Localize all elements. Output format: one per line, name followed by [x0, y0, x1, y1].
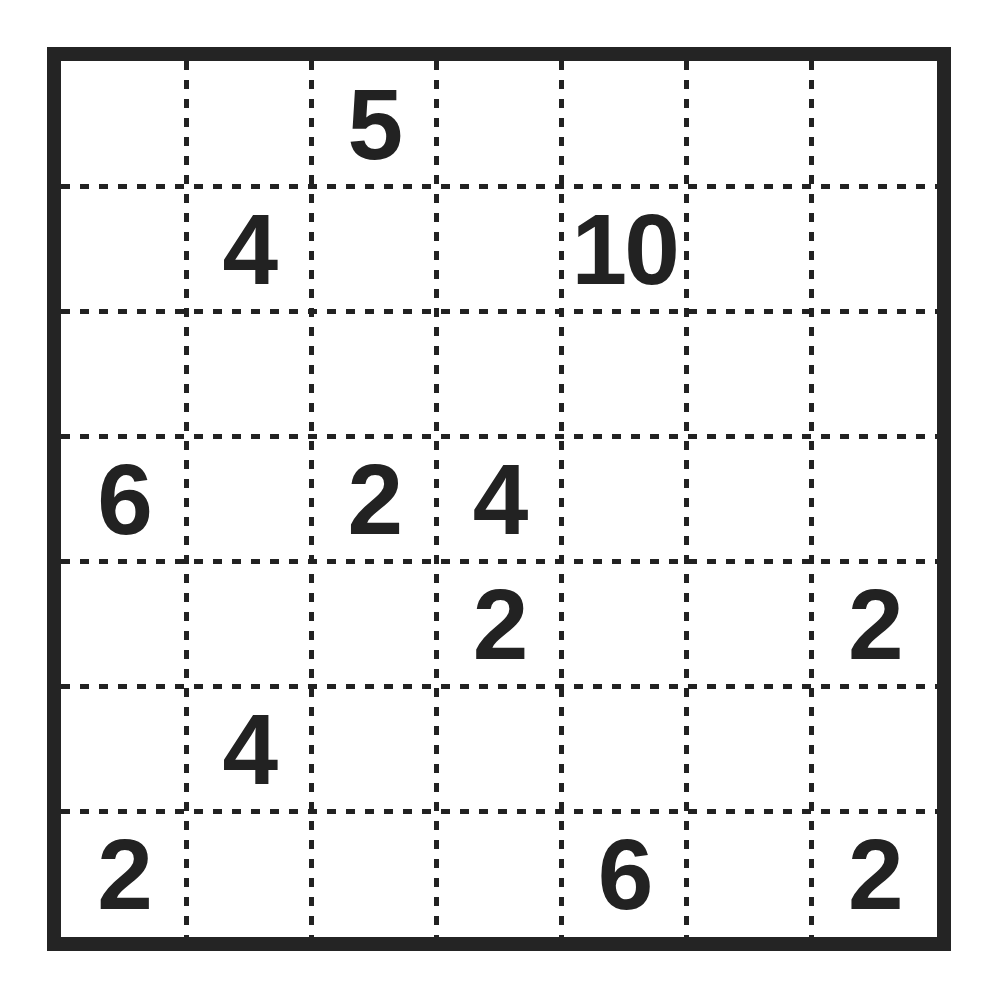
cell-r3c2[interactable] [186, 311, 311, 436]
cell-r7c2[interactable] [186, 812, 311, 937]
cell-r5c7[interactable]: 2 [812, 562, 937, 687]
cell-r2c1[interactable] [61, 186, 186, 311]
cell-r3c7[interactable] [812, 311, 937, 436]
cell-r4c1[interactable]: 6 [61, 436, 186, 561]
cell-r5c1[interactable] [61, 562, 186, 687]
clue-number: 5 [348, 74, 401, 174]
cell-r2c4[interactable] [436, 186, 561, 311]
cell-r5c5[interactable] [562, 562, 687, 687]
cell-r2c3[interactable] [311, 186, 436, 311]
cell-r7c4[interactable] [436, 812, 561, 937]
cell-r1c4[interactable] [436, 61, 561, 186]
cell-r1c2[interactable] [186, 61, 311, 186]
clue-number: 4 [222, 699, 275, 799]
cell-r6c5[interactable] [562, 687, 687, 812]
cell-r4c7[interactable] [812, 436, 937, 561]
cell-r1c7[interactable] [812, 61, 937, 186]
cell-r1c5[interactable] [562, 61, 687, 186]
clue-number: 2 [348, 449, 401, 549]
clue-number: 6 [97, 449, 150, 549]
cell-r1c3[interactable]: 5 [311, 61, 436, 186]
cell-r2c6[interactable] [687, 186, 812, 311]
cell-r6c1[interactable] [61, 687, 186, 812]
cell-r3c1[interactable] [61, 311, 186, 436]
cell-r4c2[interactable] [186, 436, 311, 561]
cell-r3c5[interactable] [562, 311, 687, 436]
cell-r5c6[interactable] [687, 562, 812, 687]
cell-r3c4[interactable] [436, 311, 561, 436]
cell-r7c3[interactable] [311, 812, 436, 937]
cell-r5c2[interactable] [186, 562, 311, 687]
cell-r6c7[interactable] [812, 687, 937, 812]
cell-r7c7[interactable]: 2 [812, 812, 937, 937]
cell-r4c5[interactable] [562, 436, 687, 561]
cell-r5c4[interactable]: 2 [436, 562, 561, 687]
clue-number: 10 [572, 199, 677, 299]
shikaku-board: 5410624224262 [47, 47, 951, 951]
cell-r6c3[interactable] [311, 687, 436, 812]
cell-r2c7[interactable] [812, 186, 937, 311]
cell-r4c3[interactable]: 2 [311, 436, 436, 561]
cell-r7c1[interactable]: 2 [61, 812, 186, 937]
cell-r4c6[interactable] [687, 436, 812, 561]
cell-r6c4[interactable] [436, 687, 561, 812]
cell-r7c5[interactable]: 6 [562, 812, 687, 937]
cell-r5c3[interactable] [311, 562, 436, 687]
cell-r2c5[interactable]: 10 [562, 186, 687, 311]
cell-r6c2[interactable]: 4 [186, 687, 311, 812]
cell-r3c3[interactable] [311, 311, 436, 436]
cell-r6c6[interactable] [687, 687, 812, 812]
cell-r7c6[interactable] [687, 812, 812, 937]
clue-number: 4 [222, 199, 275, 299]
clue-number: 2 [97, 824, 150, 924]
board-grid: 5410624224262 [61, 61, 937, 937]
page: { "game": "shikaku", "board": { "rows": … [0, 0, 1000, 1000]
clue-number: 2 [848, 824, 901, 924]
cell-r1c6[interactable] [687, 61, 812, 186]
cell-r2c2[interactable]: 4 [186, 186, 311, 311]
clue-number: 4 [473, 449, 526, 549]
cell-r4c4[interactable]: 4 [436, 436, 561, 561]
clue-number: 6 [598, 824, 651, 924]
cell-r3c6[interactable] [687, 311, 812, 436]
clue-number: 2 [848, 574, 901, 674]
cell-r1c1[interactable] [61, 61, 186, 186]
clue-number: 2 [473, 574, 526, 674]
